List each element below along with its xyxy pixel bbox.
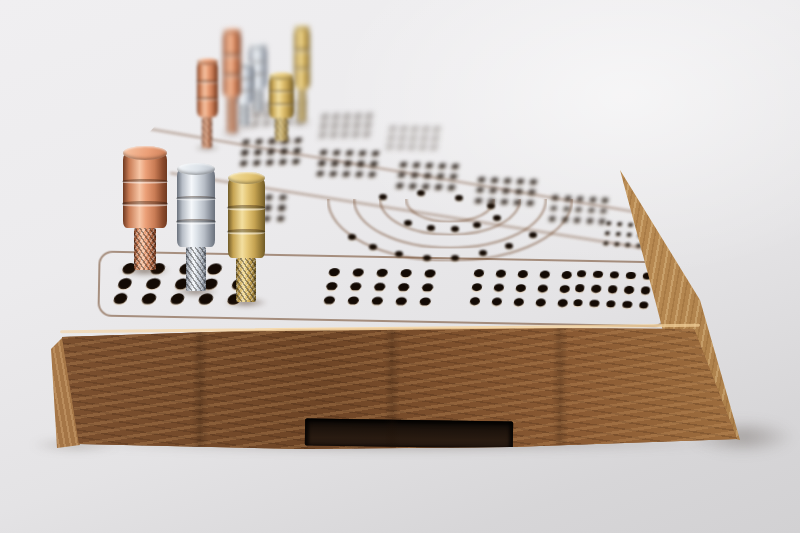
- peg-hole-opening: [418, 297, 430, 306]
- peg-hole[interactable]: [505, 243, 513, 249]
- peg-hole[interactable]: [451, 255, 459, 261]
- peg-hole-opening: [316, 171, 324, 177]
- board-top-surface: [0, 0, 800, 533]
- peg-hole[interactable]: [533, 267, 557, 281]
- peg-hole[interactable]: [618, 297, 636, 312]
- peg-hole[interactable]: [348, 234, 356, 240]
- peg-hole-opening: [424, 173, 431, 178]
- peg-hole-opening: [395, 297, 407, 306]
- peg-hole-opening: [342, 132, 348, 136]
- peg-hole-opening: [589, 197, 596, 202]
- peg-hole-opening: [515, 189, 522, 194]
- peg-hole-opening: [573, 299, 583, 307]
- peg-hole[interactable]: [427, 225, 435, 231]
- peg-hole-opening: [552, 195, 559, 200]
- peg-hole[interactable]: [465, 280, 489, 294]
- peg-hole-opening: [624, 286, 634, 294]
- peg-hole-opening: [587, 218, 594, 223]
- peg-hole[interactable]: [108, 275, 141, 290]
- peg-brass[interactable]: [228, 172, 265, 302]
- peg-hole[interactable]: [412, 294, 438, 308]
- peg-hole-opening: [354, 123, 360, 127]
- peg-hole-opening: [551, 206, 558, 211]
- peg-hole-opening: [390, 127, 396, 131]
- peg-groove-ring: [196, 97, 218, 101]
- peg-hole-opening: [397, 283, 409, 292]
- peg-hole-opening: [140, 293, 157, 304]
- peg-hole-opening: [625, 242, 631, 247]
- hole-group-back-group-2: [313, 147, 383, 180]
- peg-hole-opening: [423, 269, 435, 278]
- peg-hole[interactable]: [587, 281, 605, 296]
- peg-hole-opening: [577, 196, 584, 201]
- hole-group-front-group-2: [316, 265, 443, 309]
- peg-hole-opening: [265, 195, 273, 201]
- peg-hole-opening: [255, 139, 263, 145]
- peg-hole-opening: [325, 282, 337, 291]
- peg-hole-opening: [615, 232, 621, 237]
- peg-hole-opening: [112, 293, 129, 304]
- peg-groove-ring: [268, 103, 294, 106]
- peg-hole[interactable]: [368, 148, 383, 159]
- peg-hole[interactable]: [569, 295, 587, 310]
- peg-hole[interactable]: [276, 156, 290, 167]
- peg-hole[interactable]: [340, 293, 366, 307]
- peg-copper[interactable]: [223, 28, 241, 133]
- peg-hole[interactable]: [395, 251, 403, 257]
- peg-hole[interactable]: [252, 136, 266, 147]
- peg-copper[interactable]: [197, 58, 218, 148]
- peg-groove-ring: [227, 205, 265, 211]
- peg-knurled-shank: [202, 117, 213, 148]
- peg-hole[interactable]: [473, 222, 481, 228]
- peg-hole-opening: [591, 285, 601, 293]
- peg-hole-opening: [501, 199, 508, 204]
- peg-hole[interactable]: [507, 295, 531, 309]
- hole-group-front-group-4: [569, 266, 657, 312]
- peg-hole-opening: [625, 271, 635, 279]
- peg-hole-opening: [434, 128, 440, 132]
- peg-head: [294, 28, 310, 89]
- peg-hole-opening: [603, 241, 609, 246]
- peg-hole-opening: [539, 271, 551, 279]
- peg-head: [123, 153, 167, 228]
- peg-hole-opening: [477, 187, 484, 192]
- peg-hole-opening: [409, 183, 416, 188]
- peg-hole-opening: [373, 283, 385, 292]
- peg-hole-opening: [420, 145, 426, 149]
- peg-hole[interactable]: [620, 282, 638, 297]
- peg-hole-opening: [349, 282, 361, 291]
- peg-hole-opening: [241, 150, 249, 156]
- peg-hole[interactable]: [430, 125, 442, 134]
- peg-groove-ring: [176, 219, 216, 225]
- peg-hole-opening: [400, 162, 407, 167]
- peg-hole[interactable]: [363, 111, 375, 120]
- peg-hole-opening: [576, 207, 583, 212]
- peg-hole[interactable]: [416, 266, 442, 280]
- peg-hole[interactable]: [238, 147, 252, 158]
- peg-hole[interactable]: [137, 276, 170, 291]
- peg-hole[interactable]: [316, 293, 342, 307]
- peg-hole-opening: [323, 296, 335, 305]
- peg-head: [228, 178, 265, 258]
- peg-hole[interactable]: [367, 158, 382, 169]
- peg-hole-opening: [469, 297, 481, 305]
- peg-hole-opening: [346, 150, 354, 156]
- peg-hole-opening: [318, 160, 326, 166]
- peg-hole[interactable]: [509, 281, 533, 295]
- peg-hole-opening: [331, 160, 339, 166]
- peg-hole-opening: [491, 177, 498, 182]
- peg-knurled-shank: [236, 258, 255, 302]
- peg-hole-opening: [370, 161, 378, 167]
- peg-hole[interactable]: [274, 203, 289, 214]
- peg-hole[interactable]: [525, 187, 539, 198]
- peg-hole-opening: [622, 300, 632, 308]
- peg-hole[interactable]: [605, 267, 623, 282]
- peg-hole-opening: [557, 299, 569, 307]
- peg-top-cap: [223, 28, 241, 34]
- peg-hole[interactable]: [446, 171, 461, 182]
- peg-hole[interactable]: [511, 267, 535, 281]
- peg-hole-opening: [473, 269, 485, 277]
- peg-hole-opening: [528, 190, 535, 195]
- peg-hole-opening: [626, 232, 632, 237]
- peg-hole-opening: [574, 284, 584, 292]
- peg-hole-opening: [321, 123, 327, 127]
- peg-hole[interactable]: [342, 279, 368, 293]
- peg-hole-opening: [439, 163, 446, 168]
- peg-hole[interactable]: [572, 266, 590, 281]
- peg-hole[interactable]: [634, 297, 652, 312]
- peg-hole[interactable]: [531, 281, 555, 295]
- peg-hole[interactable]: [264, 146, 278, 157]
- hole-group-back-group-4: [471, 174, 540, 208]
- hole-group-front-group-3: [463, 266, 579, 310]
- peg-hole-opening: [359, 150, 367, 156]
- peg-hole[interactable]: [362, 120, 374, 129]
- peg-hole[interactable]: [493, 215, 501, 221]
- peg-hole[interactable]: [369, 244, 377, 250]
- peg-hole-opening: [332, 123, 338, 127]
- peg-hole[interactable]: [388, 294, 414, 308]
- peg-head: [177, 169, 215, 247]
- peg-hole-opening: [576, 270, 586, 278]
- peg-hole-opening: [432, 137, 438, 141]
- peg-hole-opening: [488, 198, 495, 203]
- peg-hole-opening: [493, 284, 505, 292]
- peg-hole-opening: [513, 298, 525, 306]
- peg-hole-opening: [276, 216, 284, 222]
- peg-groove-ring: [196, 80, 218, 84]
- peg-hole-opening: [431, 146, 437, 150]
- peg-hole-opening: [411, 136, 417, 140]
- peg-hole-opening: [617, 222, 623, 227]
- peg-hole-opening: [409, 145, 415, 149]
- peg-copper[interactable]: [123, 146, 167, 270]
- peg-hole-opening: [344, 114, 350, 118]
- peg-hole-opening: [322, 114, 328, 118]
- peg-hole[interactable]: [132, 291, 165, 306]
- peg-hole-opening: [267, 149, 275, 155]
- peg-hole-opening: [375, 269, 387, 278]
- peg-hole[interactable]: [463, 294, 487, 308]
- peg-hole-opening: [600, 208, 607, 213]
- peg-hole-opening: [145, 278, 162, 289]
- peg-groove-ring: [223, 53, 242, 58]
- peg-hole-opening: [537, 284, 549, 292]
- peg-hole-opening: [266, 159, 274, 165]
- peg-head: [223, 31, 241, 97]
- peg-hole-opening: [292, 158, 300, 164]
- peg-hole-opening: [401, 127, 407, 131]
- peg-groove-ring: [176, 196, 216, 202]
- peg-groove-ring: [122, 201, 168, 207]
- peg-hole[interactable]: [104, 290, 137, 305]
- peg-knurled-shank: [227, 97, 236, 133]
- peg-hole-opening: [426, 163, 433, 168]
- peg-hole[interactable]: [237, 158, 251, 169]
- peg-hole-opening: [387, 145, 393, 149]
- peg-hole[interactable]: [529, 232, 537, 238]
- peg-hole[interactable]: [622, 268, 640, 283]
- peg-groove-ring: [294, 67, 311, 71]
- peg-hole[interactable]: [318, 279, 344, 293]
- peg-knurled-shank: [186, 247, 206, 291]
- peg-hole[interactable]: [523, 197, 537, 208]
- peg-hole[interactable]: [423, 255, 431, 261]
- peg-hole[interactable]: [602, 296, 620, 311]
- peg-hole-opening: [450, 174, 457, 179]
- peg-hole-opening: [396, 183, 403, 188]
- peg-hole-opening: [331, 132, 337, 136]
- peg-hole-opening: [452, 164, 459, 169]
- peg-hole-opening: [399, 269, 411, 278]
- peg-brass[interactable]: [294, 25, 310, 122]
- peg-hole-opening: [559, 285, 571, 293]
- peg-hole[interactable]: [361, 129, 373, 138]
- peg-hole[interactable]: [570, 280, 588, 295]
- peg-storage-slot[interactable]: [305, 419, 513, 449]
- peg-groove-ring: [122, 179, 168, 185]
- peg-hole-opening: [535, 298, 547, 306]
- peg-hole-opening: [475, 198, 482, 203]
- peg-hole[interactable]: [364, 294, 390, 308]
- peg-hole[interactable]: [275, 192, 290, 203]
- peg-hole-opening: [328, 268, 340, 277]
- peg-hole-opening: [278, 205, 286, 211]
- peg-hole-opening: [116, 278, 133, 289]
- peg-hole-opening: [368, 171, 376, 177]
- peg-hole-opening: [435, 184, 442, 189]
- peg-silver[interactable]: [177, 163, 215, 291]
- peg-hole[interactable]: [251, 147, 265, 158]
- peg-hole[interactable]: [428, 143, 440, 152]
- peg-hole[interactable]: [290, 145, 304, 156]
- peg-hole-opening: [343, 123, 349, 127]
- peg-hole-opening: [565, 196, 572, 201]
- peg-hole-opening: [351, 268, 363, 277]
- peg-hole-opening: [561, 271, 573, 279]
- peg-knurled-shank: [275, 118, 288, 141]
- peg-hole[interactable]: [239, 137, 253, 148]
- peg-hole-opening: [364, 132, 370, 136]
- peg-hole-opening: [605, 300, 615, 308]
- peg-hole[interactable]: [429, 134, 441, 143]
- peg-hole-opening: [412, 127, 418, 131]
- peg-hole[interactable]: [368, 266, 394, 280]
- peg-hole-opening: [355, 114, 361, 118]
- peg-hole[interactable]: [365, 169, 380, 180]
- peg-hole[interactable]: [451, 226, 459, 232]
- peg-head: [197, 61, 218, 117]
- peg-hole-opening: [242, 139, 250, 145]
- peg-head: [269, 76, 294, 118]
- hole-group-back-group-5: [546, 192, 613, 227]
- peg-hole[interactable]: [526, 176, 540, 187]
- peg-hole-opening: [320, 150, 328, 156]
- peg-hole[interactable]: [366, 280, 392, 294]
- peg-hole-opening: [253, 160, 261, 166]
- peg-hole-opening: [240, 160, 248, 166]
- peg-hole-opening: [329, 171, 337, 177]
- peg-hole-opening: [293, 148, 301, 154]
- hole-group-far-back-group-2: [317, 111, 375, 139]
- peg-hole-opening: [589, 299, 599, 307]
- peg-hole-opening: [614, 242, 620, 247]
- peg-hole-opening: [347, 296, 359, 305]
- peg-hole[interactable]: [277, 146, 291, 157]
- peg-hole-opening: [609, 271, 619, 279]
- peg-hole-opening: [471, 283, 483, 291]
- peg-hole-opening: [421, 136, 427, 140]
- peg-hole[interactable]: [263, 157, 277, 168]
- peg-hole[interactable]: [404, 220, 412, 226]
- peg-hole-opening: [495, 270, 507, 278]
- peg-hole[interactable]: [289, 156, 303, 167]
- peg-hole[interactable]: [345, 265, 371, 279]
- peg-hole[interactable]: [379, 194, 387, 200]
- peg-hole-opening: [365, 123, 371, 127]
- peg-hole-opening: [355, 171, 363, 177]
- peg-brass[interactable]: [269, 72, 294, 141]
- peg-hole-opening: [562, 217, 569, 222]
- peg-hole[interactable]: [392, 266, 418, 280]
- peg-hole[interactable]: [390, 280, 416, 294]
- peg-hole-opening: [366, 114, 372, 118]
- peg-top-cap: [197, 58, 218, 65]
- peg-hole[interactable]: [479, 250, 487, 256]
- peg-hole-opening: [400, 136, 406, 140]
- peg-hole-opening: [602, 198, 609, 203]
- peg-hole[interactable]: [603, 282, 621, 297]
- peg-hole-opening: [607, 285, 617, 293]
- peg-hole-opening: [478, 177, 485, 182]
- peg-groove-ring: [223, 73, 242, 78]
- peg-hole-opening: [320, 132, 326, 136]
- peg-hole-opening: [437, 174, 444, 179]
- peg-hole-opening: [628, 222, 634, 227]
- peg-hole[interactable]: [273, 213, 288, 224]
- peg-hole-opening: [515, 284, 527, 292]
- peg-hole-opening: [389, 136, 395, 140]
- peg-knurled-shank: [134, 228, 157, 270]
- peg-hole-opening: [549, 216, 556, 221]
- peg-top-cap: [249, 43, 267, 49]
- peg-knurled-shank: [253, 89, 262, 112]
- peg-hole[interactable]: [414, 280, 440, 294]
- peg-hole-opening: [517, 270, 529, 278]
- peg-hole-opening: [421, 283, 433, 292]
- peg-hole-opening: [254, 149, 262, 155]
- peg-hole-opening: [517, 179, 524, 184]
- peg-hole[interactable]: [321, 265, 347, 279]
- peg-hole[interactable]: [585, 296, 603, 311]
- peg-hole-opening: [279, 195, 287, 201]
- peg-hole-opening: [588, 208, 595, 213]
- peg-hole-opening: [574, 217, 581, 222]
- peg-groove-ring: [227, 229, 265, 235]
- peg-top-cap: [269, 72, 294, 80]
- peg-hole[interactable]: [529, 295, 553, 309]
- peg-hole-opening: [333, 150, 341, 156]
- peg-hole-opening: [491, 298, 503, 306]
- peg-hole-opening: [411, 173, 418, 178]
- peg-hole-opening: [280, 148, 288, 154]
- peg-hole[interactable]: [467, 266, 491, 280]
- peg-hole-opening: [353, 132, 359, 136]
- peg-hole-opening: [563, 206, 570, 211]
- peg-hole[interactable]: [250, 157, 264, 168]
- peg-groove-ring: [268, 90, 294, 93]
- peg-hole[interactable]: [598, 195, 612, 206]
- peg-hole-opening: [489, 188, 496, 193]
- peg-hole-opening: [371, 297, 383, 306]
- peg-hole-opening: [640, 286, 650, 294]
- hole-group-back-group-3: [392, 159, 462, 193]
- peg-hole-opening: [504, 178, 511, 183]
- peg-hole[interactable]: [485, 294, 509, 308]
- peg-hole[interactable]: [444, 182, 459, 193]
- peg-hole[interactable]: [589, 267, 607, 282]
- peg-hole-opening: [527, 200, 534, 205]
- peg-hole[interactable]: [448, 161, 463, 172]
- hole-group-far-back-group-3: [384, 124, 443, 152]
- peg-hole-opening: [342, 171, 350, 177]
- peg-hole-opening: [423, 127, 429, 131]
- peg-hole[interactable]: [487, 280, 511, 294]
- peg-hole-opening: [398, 145, 404, 149]
- peg-hole-opening: [344, 161, 352, 167]
- peg-hole-opening: [357, 161, 365, 167]
- peg-hole-opening: [502, 189, 509, 194]
- peg-hole-opening: [422, 184, 429, 189]
- peg-groove-ring: [294, 48, 311, 52]
- peg-hole-opening: [333, 114, 339, 118]
- peg-hole-opening: [638, 301, 648, 309]
- peg-hole-opening: [606, 221, 612, 226]
- peg-hole[interactable]: [597, 205, 611, 216]
- peg-hole[interactable]: [489, 266, 513, 280]
- peg-hole-opening: [514, 200, 521, 205]
- peg-hole-opening: [604, 231, 610, 236]
- peg-hole-opening: [448, 185, 455, 190]
- peg-hole-opening: [398, 172, 405, 177]
- peg-hole-opening: [593, 270, 603, 278]
- peg-hole-opening: [530, 179, 537, 184]
- peg-hole[interactable]: [455, 195, 463, 201]
